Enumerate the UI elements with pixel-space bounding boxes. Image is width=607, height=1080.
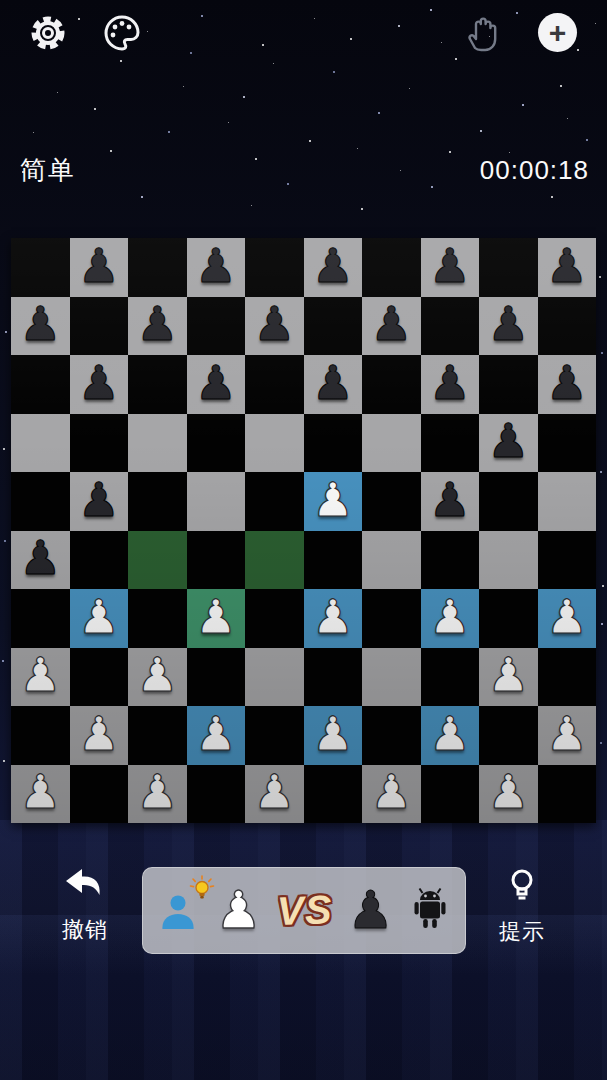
cell-r9c9[interactable]: [538, 765, 597, 824]
lightbulb-icon: [502, 867, 542, 910]
cell-r2c0[interactable]: [11, 355, 70, 414]
black-pawn: ♟: [19, 534, 61, 581]
theme-button[interactable]: [102, 13, 142, 56]
gear-icon: [28, 41, 68, 56]
new-game-button[interactable]: +: [538, 13, 577, 52]
white-pawn-icon: ♟: [215, 887, 262, 934]
hint-label: 提示: [499, 917, 545, 947]
app-screen: + 简单 00:00:18 ♟♟♟♟♟♟♟♟♟♟♟♟♟♟♟♟♟♟♟♟♟♟♟♟♟♟…: [0, 0, 607, 1080]
cell-r8c0[interactable]: [11, 706, 70, 765]
cell-r4c1[interactable]: ♟: [70, 472, 129, 531]
black-pawn: ♟: [195, 242, 237, 289]
cell-r3c7[interactable]: [421, 414, 480, 473]
cell-r2c1[interactable]: ♟: [70, 355, 129, 414]
cell-r3c2[interactable]: [128, 414, 187, 473]
cell-r2c4[interactable]: [245, 355, 304, 414]
cell-r0c1[interactable]: ♟: [70, 238, 129, 297]
cell-r4c0[interactable]: [11, 472, 70, 531]
black-pawn: ♟: [429, 359, 471, 406]
white-pawn: ♟: [253, 768, 295, 815]
cell-r5c0[interactable]: ♟: [11, 531, 70, 590]
black-pawn: ♟: [312, 359, 354, 406]
cell-r7c7[interactable]: [421, 648, 480, 707]
white-pawn: ♟: [429, 710, 471, 757]
starfield-background-layer2: [0, 0, 1, 1]
cell-r8c7[interactable]: ♟: [421, 706, 480, 765]
cell-r3c1[interactable]: [70, 414, 129, 473]
cell-r8c3[interactable]: ♟: [187, 706, 246, 765]
cell-r6c4[interactable]: [245, 589, 304, 648]
cell-r4c6[interactable]: [362, 472, 421, 531]
cell-r3c6[interactable]: [362, 414, 421, 473]
cell-r3c9[interactable]: [538, 414, 597, 473]
cell-r9c0[interactable]: ♟: [11, 765, 70, 824]
checkers-board: ♟♟♟♟♟♟♟♟♟♟♟♟♟♟♟♟♟♟♟♟♟♟♟♟♟♟♟♟♟♟♟♟♟♟♟♟♟♟: [11, 238, 596, 823]
cell-r4c9[interactable]: [538, 472, 597, 531]
cell-r7c2[interactable]: ♟: [128, 648, 187, 707]
black-pawn: ♟: [546, 359, 588, 406]
settings-button[interactable]: [28, 13, 68, 56]
white-pawn: ♟: [78, 710, 120, 757]
cell-r3c3[interactable]: [187, 414, 246, 473]
cell-r5c3[interactable]: [187, 531, 246, 590]
cell-r4c5[interactable]: ♟: [304, 472, 363, 531]
white-pawn: ♟: [195, 593, 237, 640]
cell-r1c2[interactable]: ♟: [128, 297, 187, 356]
cell-r8c1[interactable]: ♟: [70, 706, 129, 765]
black-pawn: ♟: [195, 359, 237, 406]
cell-r6c7[interactable]: ♟: [421, 589, 480, 648]
cell-r6c1[interactable]: ♟: [70, 589, 129, 648]
white-pawn: ♟: [487, 651, 529, 698]
cell-r3c4[interactable]: [245, 414, 304, 473]
human-player: [156, 889, 200, 933]
white-pawn: ♟: [195, 710, 237, 757]
cell-r2c8[interactable]: [479, 355, 538, 414]
android-robot-icon: [409, 886, 451, 936]
cell-r5c2[interactable]: [128, 531, 187, 590]
black-pawn: ♟: [253, 300, 295, 347]
undo-arrow-icon: [61, 867, 109, 908]
cell-r9c5[interactable]: [304, 765, 363, 824]
cell-r5c5[interactable]: [304, 531, 363, 590]
cell-r7c1[interactable]: [70, 648, 129, 707]
cell-r1c0[interactable]: ♟: [11, 297, 70, 356]
black-pawn: ♟: [487, 417, 529, 464]
cell-r5c8[interactable]: [479, 531, 538, 590]
white-pawn: ♟: [136, 768, 178, 815]
cell-r2c5[interactable]: ♟: [304, 355, 363, 414]
white-pawn: ♟: [312, 710, 354, 757]
undo-label: 撤销: [62, 915, 108, 945]
plus-icon: +: [549, 16, 567, 49]
black-pawn: ♟: [19, 300, 61, 347]
cell-r6c0[interactable]: [11, 589, 70, 648]
cell-r6c3[interactable]: ♟: [187, 589, 246, 648]
cell-r5c9[interactable]: [538, 531, 597, 590]
cell-r6c8[interactable]: [479, 589, 538, 648]
cell-r3c5[interactable]: [304, 414, 363, 473]
game-timer: 00:00:18: [480, 155, 589, 186]
cell-r6c5[interactable]: ♟: [304, 589, 363, 648]
cell-r7c9[interactable]: [538, 648, 597, 707]
white-pawn: ♟: [546, 593, 588, 640]
cell-r0c4[interactable]: [245, 238, 304, 297]
cell-r7c3[interactable]: [187, 648, 246, 707]
vs-label: VS: [276, 887, 333, 934]
cell-r8c2[interactable]: [128, 706, 187, 765]
cell-r1c8[interactable]: ♟: [479, 297, 538, 356]
cell-r5c1[interactable]: [70, 531, 129, 590]
cell-r0c3[interactable]: ♟: [187, 238, 246, 297]
cell-r3c8[interactable]: ♟: [479, 414, 538, 473]
white-pawn: ♟: [429, 593, 471, 640]
cell-r8c5[interactable]: ♟: [304, 706, 363, 765]
cell-r0c7[interactable]: ♟: [421, 238, 480, 297]
pause-gesture-button[interactable]: [462, 12, 502, 57]
cell-r4c4[interactable]: [245, 472, 304, 531]
cell-r7c5[interactable]: [304, 648, 363, 707]
cell-r9c8[interactable]: ♟: [479, 765, 538, 824]
cell-r1c3[interactable]: [187, 297, 246, 356]
white-pawn: ♟: [312, 593, 354, 640]
black-pawn: ♟: [78, 242, 120, 289]
cell-r1c7[interactable]: [421, 297, 480, 356]
cell-r9c4[interactable]: ♟: [245, 765, 304, 824]
black-pawn-icon: ♟: [347, 887, 394, 934]
cell-r1c6[interactable]: ♟: [362, 297, 421, 356]
black-pawn: ♟: [546, 242, 588, 289]
cell-r2c7[interactable]: ♟: [421, 355, 480, 414]
players-vs-panel[interactable]: ♟ VS ♟: [142, 867, 466, 954]
undo-button[interactable]: 撤销: [40, 866, 130, 946]
turn-bulb-icon: [188, 875, 216, 907]
cell-r2c6[interactable]: [362, 355, 421, 414]
cell-r9c2[interactable]: ♟: [128, 765, 187, 824]
cell-r8c8[interactable]: [479, 706, 538, 765]
cell-r0c9[interactable]: ♟: [538, 238, 597, 297]
black-pawn: ♟: [370, 300, 412, 347]
cell-r7c6[interactable]: [362, 648, 421, 707]
cell-r2c3[interactable]: ♟: [187, 355, 246, 414]
cell-r7c0[interactable]: ♟: [11, 648, 70, 707]
cell-r1c1[interactable]: [70, 297, 129, 356]
cell-r0c6[interactable]: [362, 238, 421, 297]
cell-r4c3[interactable]: [187, 472, 246, 531]
cell-r9c1[interactable]: [70, 765, 129, 824]
cell-r4c7[interactable]: ♟: [421, 472, 480, 531]
cell-r6c6[interactable]: [362, 589, 421, 648]
cell-r8c9[interactable]: ♟: [538, 706, 597, 765]
cell-r1c5[interactable]: [304, 297, 363, 356]
black-pawn: ♟: [487, 300, 529, 347]
cell-r3c0[interactable]: [11, 414, 70, 473]
cell-r5c4[interactable]: [245, 531, 304, 590]
cell-r5c7[interactable]: [421, 531, 480, 590]
cell-r5c6[interactable]: [362, 531, 421, 590]
white-pawn: ♟: [487, 768, 529, 815]
cell-r2c2[interactable]: [128, 355, 187, 414]
black-pawn: ♟: [312, 242, 354, 289]
cell-r8c4[interactable]: [245, 706, 304, 765]
white-pawn: ♟: [312, 476, 354, 523]
cell-r0c5[interactable]: ♟: [304, 238, 363, 297]
cell-r1c4[interactable]: ♟: [245, 297, 304, 356]
hand-icon: [462, 42, 502, 57]
cell-r4c2[interactable]: [128, 472, 187, 531]
cell-r6c9[interactable]: ♟: [538, 589, 597, 648]
cell-r0c8[interactable]: [479, 238, 538, 297]
white-pawn: ♟: [19, 651, 61, 698]
cell-r7c4[interactable]: [245, 648, 304, 707]
cell-r2c9[interactable]: ♟: [538, 355, 597, 414]
cell-r7c8[interactable]: ♟: [479, 648, 538, 707]
hint-button[interactable]: 提示: [477, 866, 567, 948]
cell-r9c7[interactable]: [421, 765, 480, 824]
cell-r0c2[interactable]: [128, 238, 187, 297]
black-pawn: ♟: [78, 359, 120, 406]
white-pawn: ♟: [19, 768, 61, 815]
palette-icon: [102, 41, 142, 56]
cell-r9c3[interactable]: [187, 765, 246, 824]
cell-r6c2[interactable]: [128, 589, 187, 648]
cell-r8c6[interactable]: [362, 706, 421, 765]
white-pawn: ♟: [78, 593, 120, 640]
white-pawn: ♟: [370, 768, 412, 815]
cell-r1c9[interactable]: [538, 297, 597, 356]
black-pawn: ♟: [136, 300, 178, 347]
cell-r0c0[interactable]: [11, 238, 70, 297]
cell-r9c6[interactable]: ♟: [362, 765, 421, 824]
difficulty-label: 简单: [20, 153, 76, 188]
white-pawn: ♟: [546, 710, 588, 757]
black-pawn: ♟: [429, 242, 471, 289]
black-pawn: ♟: [429, 476, 471, 523]
cell-r4c8[interactable]: [479, 472, 538, 531]
black-pawn: ♟: [78, 476, 120, 523]
white-pawn: ♟: [136, 651, 178, 698]
